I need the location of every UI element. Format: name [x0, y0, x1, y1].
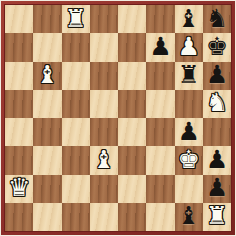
- square-b1[interactable]: [33, 203, 61, 231]
- square-f7[interactable]: ♟: [146, 33, 174, 61]
- square-b3[interactable]: [33, 146, 61, 174]
- square-h2[interactable]: ♟: [203, 175, 231, 203]
- black-knight-h8: ♞: [206, 6, 228, 31]
- square-c5[interactable]: [62, 90, 90, 118]
- square-h7[interactable]: ♚: [203, 33, 231, 61]
- white-rook-h1: ♜: [206, 203, 228, 228]
- square-h3[interactable]: ♟: [203, 146, 231, 174]
- white-king-g3: ♚: [177, 147, 199, 172]
- square-g5[interactable]: [175, 90, 203, 118]
- black-rook-g6: ♜: [177, 62, 199, 87]
- square-g3[interactable]: ♚: [175, 146, 203, 174]
- square-g7[interactable]: ♟: [175, 33, 203, 61]
- black-pawn-f7: ♟: [149, 34, 171, 59]
- square-f6[interactable]: [146, 62, 174, 90]
- square-d1[interactable]: [90, 203, 118, 231]
- square-d4[interactable]: [90, 118, 118, 146]
- square-e5[interactable]: [118, 90, 146, 118]
- white-queen-a2: ♛: [8, 175, 30, 200]
- black-pawn-g4: ♟: [177, 119, 199, 144]
- black-bishop-g1: ♝: [177, 203, 199, 228]
- square-a3[interactable]: [5, 146, 33, 174]
- square-g6[interactable]: ♜: [175, 62, 203, 90]
- square-b7[interactable]: [33, 33, 61, 61]
- square-g1[interactable]: ♝: [175, 203, 203, 231]
- square-f2[interactable]: [146, 175, 174, 203]
- square-a7[interactable]: [5, 33, 33, 61]
- square-d3[interactable]: ♝: [90, 146, 118, 174]
- square-f3[interactable]: [146, 146, 174, 174]
- black-pawn-h3: ♟: [206, 147, 228, 172]
- square-a6[interactable]: [5, 62, 33, 90]
- board-frame: ♜♝♞♟♟♚♝♜♟♞♟♝♚♟♛♟♝♜: [0, 0, 236, 236]
- square-e8[interactable]: [118, 5, 146, 33]
- square-b8[interactable]: [33, 5, 61, 33]
- square-h5[interactable]: ♞: [203, 90, 231, 118]
- square-b5[interactable]: [33, 90, 61, 118]
- square-f4[interactable]: [146, 118, 174, 146]
- square-e2[interactable]: [118, 175, 146, 203]
- square-a1[interactable]: [5, 203, 33, 231]
- black-pawn-h6: ♟: [206, 62, 228, 87]
- square-c4[interactable]: [62, 118, 90, 146]
- square-g4[interactable]: ♟: [175, 118, 203, 146]
- square-b2[interactable]: [33, 175, 61, 203]
- square-e4[interactable]: [118, 118, 146, 146]
- square-c8[interactable]: ♜: [62, 5, 90, 33]
- black-bishop-g8: ♝: [177, 6, 199, 31]
- white-knight-h5: ♞: [206, 90, 228, 115]
- white-bishop-d3: ♝: [93, 147, 115, 172]
- square-b6[interactable]: ♝: [33, 62, 61, 90]
- square-c6[interactable]: [62, 62, 90, 90]
- square-a5[interactable]: [5, 90, 33, 118]
- square-c1[interactable]: [62, 203, 90, 231]
- chess-board: ♜♝♞♟♟♚♝♜♟♞♟♝♚♟♛♟♝♜: [5, 5, 231, 231]
- square-a4[interactable]: [5, 118, 33, 146]
- square-h1[interactable]: ♜: [203, 203, 231, 231]
- square-e3[interactable]: [118, 146, 146, 174]
- square-h6[interactable]: ♟: [203, 62, 231, 90]
- square-f8[interactable]: [146, 5, 174, 33]
- square-e1[interactable]: [118, 203, 146, 231]
- black-pawn-h2: ♟: [206, 175, 228, 200]
- black-king-h7: ♚: [206, 34, 228, 59]
- square-g8[interactable]: ♝: [175, 5, 203, 33]
- square-h4[interactable]: [203, 118, 231, 146]
- square-d8[interactable]: [90, 5, 118, 33]
- square-a2[interactable]: ♛: [5, 175, 33, 203]
- square-c2[interactable]: [62, 175, 90, 203]
- square-h8[interactable]: ♞: [203, 5, 231, 33]
- square-a8[interactable]: [5, 5, 33, 33]
- square-d7[interactable]: [90, 33, 118, 61]
- square-e6[interactable]: [118, 62, 146, 90]
- square-c3[interactable]: [62, 146, 90, 174]
- square-g2[interactable]: [175, 175, 203, 203]
- square-d2[interactable]: [90, 175, 118, 203]
- white-bishop-b6: ♝: [36, 62, 58, 87]
- square-b4[interactable]: [33, 118, 61, 146]
- square-c7[interactable]: [62, 33, 90, 61]
- square-d6[interactable]: [90, 62, 118, 90]
- white-pawn-g7: ♟: [177, 34, 199, 59]
- square-f5[interactable]: [146, 90, 174, 118]
- square-f1[interactable]: [146, 203, 174, 231]
- white-rook-c8: ♜: [64, 6, 86, 31]
- square-d5[interactable]: [90, 90, 118, 118]
- square-e7[interactable]: [118, 33, 146, 61]
